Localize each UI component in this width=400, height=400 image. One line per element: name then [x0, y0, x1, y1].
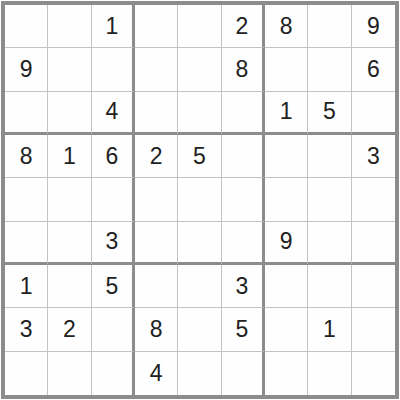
sudoku-cell-r4c7[interactable]	[265, 135, 308, 178]
sudoku-cell-r6c8[interactable]	[308, 222, 351, 265]
sudoku-cell-r3c9[interactable]	[352, 92, 395, 135]
sudoku-cell-r7c3[interactable]: 5	[92, 265, 135, 308]
sudoku-cell-r1c5[interactable]	[178, 5, 221, 48]
sudoku-cell-r6c7[interactable]: 9	[265, 222, 308, 265]
sudoku-cell-r3c1[interactable]	[5, 92, 48, 135]
sudoku-cell-r9c6[interactable]	[222, 352, 265, 395]
sudoku-cell-r7c5[interactable]	[178, 265, 221, 308]
sudoku-cell-r4c1[interactable]: 8	[5, 135, 48, 178]
sudoku-cell-r5c9[interactable]	[352, 178, 395, 221]
sudoku-cell-r5c2[interactable]	[48, 178, 91, 221]
sudoku-cell-r8c2[interactable]: 2	[48, 308, 91, 351]
sudoku-cell-r5c4[interactable]	[135, 178, 178, 221]
sudoku-cell-r8c6[interactable]: 5	[222, 308, 265, 351]
sudoku-cell-r7c1[interactable]: 1	[5, 265, 48, 308]
sudoku-cell-r9c8[interactable]	[308, 352, 351, 395]
sudoku-cell-r2c8[interactable]	[308, 48, 351, 91]
sudoku-cell-r6c3[interactable]: 3	[92, 222, 135, 265]
sudoku-cell-r9c7[interactable]	[265, 352, 308, 395]
sudoku-cell-r1c6[interactable]: 2	[222, 5, 265, 48]
sudoku-cell-r5c3[interactable]	[92, 178, 135, 221]
sudoku-cell-r8c7[interactable]	[265, 308, 308, 351]
sudoku-cell-r1c1[interactable]	[5, 5, 48, 48]
sudoku-cell-r9c5[interactable]	[178, 352, 221, 395]
sudoku-cell-r1c3[interactable]: 1	[92, 5, 135, 48]
sudoku-cell-r5c7[interactable]	[265, 178, 308, 221]
sudoku-cell-r2c4[interactable]	[135, 48, 178, 91]
sudoku-cell-r3c6[interactable]	[222, 92, 265, 135]
sudoku-cell-r7c4[interactable]	[135, 265, 178, 308]
sudoku-cell-r4c6[interactable]	[222, 135, 265, 178]
sudoku-cell-r9c1[interactable]	[5, 352, 48, 395]
sudoku-cell-r1c7[interactable]: 8	[265, 5, 308, 48]
sudoku-cell-r2c6[interactable]: 8	[222, 48, 265, 91]
sudoku-cell-r6c2[interactable]	[48, 222, 91, 265]
sudoku-cell-r1c8[interactable]	[308, 5, 351, 48]
sudoku-cell-r5c8[interactable]	[308, 178, 351, 221]
sudoku-cell-r7c7[interactable]	[265, 265, 308, 308]
sudoku-cell-r7c6[interactable]: 3	[222, 265, 265, 308]
sudoku-cell-r8c1[interactable]: 3	[5, 308, 48, 351]
sudoku-cell-r7c8[interactable]	[308, 265, 351, 308]
sudoku-cell-r2c5[interactable]	[178, 48, 221, 91]
sudoku-cell-r9c4[interactable]: 4	[135, 352, 178, 395]
sudoku-cell-r7c2[interactable]	[48, 265, 91, 308]
sudoku-cell-r3c5[interactable]	[178, 92, 221, 135]
sudoku-cell-r8c8[interactable]: 1	[308, 308, 351, 351]
sudoku-cell-r9c9[interactable]	[352, 352, 395, 395]
sudoku-cell-r6c5[interactable]	[178, 222, 221, 265]
sudoku-cell-r4c4[interactable]: 2	[135, 135, 178, 178]
sudoku-board: 128998641581625339153328514	[1, 1, 399, 399]
sudoku-cell-r9c3[interactable]	[92, 352, 135, 395]
sudoku-cell-r1c4[interactable]	[135, 5, 178, 48]
sudoku-cell-r2c7[interactable]	[265, 48, 308, 91]
sudoku-cell-r5c1[interactable]	[5, 178, 48, 221]
sudoku-cell-r6c6[interactable]	[222, 222, 265, 265]
sudoku-cell-r2c1[interactable]: 9	[5, 48, 48, 91]
sudoku-cell-r2c9[interactable]: 6	[352, 48, 395, 91]
sudoku-cell-r4c5[interactable]: 5	[178, 135, 221, 178]
sudoku-cell-r4c8[interactable]	[308, 135, 351, 178]
sudoku-cell-r3c2[interactable]	[48, 92, 91, 135]
sudoku-page: 128998641581625339153328514	[0, 0, 400, 400]
sudoku-cell-r2c3[interactable]	[92, 48, 135, 91]
sudoku-cell-r6c9[interactable]	[352, 222, 395, 265]
sudoku-cell-r2c2[interactable]	[48, 48, 91, 91]
sudoku-cell-r5c5[interactable]	[178, 178, 221, 221]
sudoku-cell-r1c2[interactable]	[48, 5, 91, 48]
sudoku-cell-r3c8[interactable]: 5	[308, 92, 351, 135]
sudoku-cell-r8c3[interactable]	[92, 308, 135, 351]
sudoku-cell-r3c4[interactable]	[135, 92, 178, 135]
sudoku-cell-r8c9[interactable]	[352, 308, 395, 351]
sudoku-cell-r1c9[interactable]: 9	[352, 5, 395, 48]
sudoku-cell-r3c7[interactable]: 1	[265, 92, 308, 135]
sudoku-cell-r4c3[interactable]: 6	[92, 135, 135, 178]
sudoku-cell-r6c1[interactable]	[5, 222, 48, 265]
sudoku-cell-r8c5[interactable]	[178, 308, 221, 351]
sudoku-cell-r7c9[interactable]	[352, 265, 395, 308]
sudoku-cell-r4c2[interactable]: 1	[48, 135, 91, 178]
sudoku-cell-r4c9[interactable]: 3	[352, 135, 395, 178]
sudoku-cell-r6c4[interactable]	[135, 222, 178, 265]
sudoku-cell-r8c4[interactable]: 8	[135, 308, 178, 351]
sudoku-cell-r9c2[interactable]	[48, 352, 91, 395]
sudoku-cell-r3c3[interactable]: 4	[92, 92, 135, 135]
sudoku-cell-r5c6[interactable]	[222, 178, 265, 221]
